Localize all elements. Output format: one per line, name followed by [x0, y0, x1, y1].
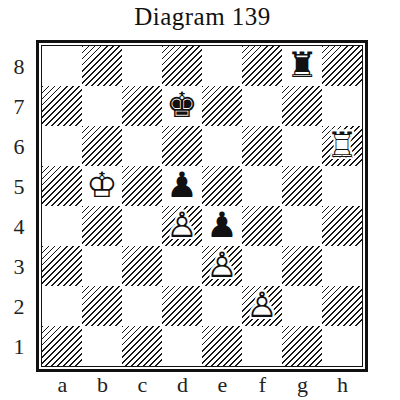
page-title: Diagram 139	[36, 3, 369, 31]
black-pawn: ♟	[202, 206, 242, 246]
white-rook-fill: ♜	[322, 126, 362, 166]
square-e2	[202, 286, 242, 326]
black-rook: ♜	[282, 46, 322, 86]
square-c1	[122, 326, 162, 366]
square-d4: ♟♙	[162, 206, 202, 246]
square-h1	[322, 326, 362, 366]
square-g1	[282, 326, 322, 366]
board-frame: ♜♚♜♖♚♔♟♟♙♟♟♙♟♙	[36, 40, 368, 372]
square-b5: ♚♔	[82, 166, 122, 206]
square-h7	[322, 86, 362, 126]
square-c7	[122, 86, 162, 126]
square-b4	[82, 206, 122, 246]
square-a4	[42, 206, 82, 246]
file-label-g: g	[283, 372, 323, 398]
file-label-d: d	[163, 372, 203, 398]
rank-label-6: 6	[6, 127, 32, 167]
square-f4	[242, 206, 282, 246]
square-c8	[122, 46, 162, 86]
square-e1	[202, 326, 242, 366]
square-e8	[202, 46, 242, 86]
square-a1	[42, 326, 82, 366]
square-d1	[162, 326, 202, 366]
square-b8	[82, 46, 122, 86]
square-d7: ♚	[162, 86, 202, 126]
square-c5	[122, 166, 162, 206]
square-c2	[122, 286, 162, 326]
square-g4	[282, 206, 322, 246]
square-g3	[282, 246, 322, 286]
square-b6	[82, 126, 122, 166]
file-label-f: f	[243, 372, 283, 398]
square-c6	[122, 126, 162, 166]
square-e6	[202, 126, 242, 166]
white-pawn-fill: ♟	[162, 206, 202, 246]
square-b3	[82, 246, 122, 286]
rank-label-3: 3	[6, 247, 32, 287]
square-d2	[162, 286, 202, 326]
rank-label-5: 5	[6, 167, 32, 207]
square-h6: ♜♖	[322, 126, 362, 166]
square-c4	[122, 206, 162, 246]
rank-label-8: 8	[6, 47, 32, 87]
square-d3	[162, 246, 202, 286]
rank-label-1: 1	[6, 327, 32, 367]
file-labels: abcdefgh	[43, 372, 363, 398]
square-g5	[282, 166, 322, 206]
square-f2: ♟♙	[242, 286, 282, 326]
white-pawn: ♙	[202, 246, 242, 286]
square-g7	[282, 86, 322, 126]
white-king: ♔	[82, 166, 122, 206]
square-b7	[82, 86, 122, 126]
square-h5	[322, 166, 362, 206]
file-label-b: b	[83, 372, 123, 398]
square-f1	[242, 326, 282, 366]
white-pawn-fill: ♟	[202, 246, 242, 286]
square-e7	[202, 86, 242, 126]
square-d8	[162, 46, 202, 86]
file-label-e: e	[203, 372, 243, 398]
square-f6	[242, 126, 282, 166]
square-h3	[322, 246, 362, 286]
square-f8	[242, 46, 282, 86]
white-pawn-fill: ♟	[242, 286, 282, 326]
square-f5	[242, 166, 282, 206]
rank-label-7: 7	[6, 87, 32, 127]
file-label-h: h	[323, 372, 363, 398]
white-rook: ♖	[322, 126, 362, 166]
file-label-c: c	[123, 372, 163, 398]
black-pawn: ♟	[162, 166, 202, 206]
white-pawn: ♙	[162, 206, 202, 246]
square-a8	[42, 46, 82, 86]
square-e4: ♟	[202, 206, 242, 246]
square-a7	[42, 86, 82, 126]
white-king-fill: ♚	[82, 166, 122, 206]
square-d6	[162, 126, 202, 166]
chess-diagram-page: Diagram 139 87654321 ♜♚♜♖♚♔♟♟♙♟♟♙♟♙ abcd…	[0, 0, 400, 400]
square-c3	[122, 246, 162, 286]
square-b1	[82, 326, 122, 366]
board-inner-border: ♜♚♜♖♚♔♟♟♙♟♟♙♟♙	[41, 45, 363, 367]
square-a2	[42, 286, 82, 326]
square-a3	[42, 246, 82, 286]
square-f3	[242, 246, 282, 286]
square-f7	[242, 86, 282, 126]
file-label-a: a	[43, 372, 83, 398]
square-h2	[322, 286, 362, 326]
square-a6	[42, 126, 82, 166]
square-b2	[82, 286, 122, 326]
chess-board: ♜♚♜♖♚♔♟♟♙♟♟♙♟♙	[42, 46, 362, 366]
white-pawn: ♙	[242, 286, 282, 326]
rank-labels: 87654321	[6, 47, 32, 367]
square-a5	[42, 166, 82, 206]
square-e3: ♟♙	[202, 246, 242, 286]
square-d5: ♟	[162, 166, 202, 206]
rank-label-2: 2	[6, 287, 32, 327]
black-king: ♚	[162, 86, 202, 126]
square-g8: ♜	[282, 46, 322, 86]
square-g6	[282, 126, 322, 166]
square-h8	[322, 46, 362, 86]
square-e5	[202, 166, 242, 206]
rank-label-4: 4	[6, 207, 32, 247]
square-g2	[282, 286, 322, 326]
square-h4	[322, 206, 362, 246]
